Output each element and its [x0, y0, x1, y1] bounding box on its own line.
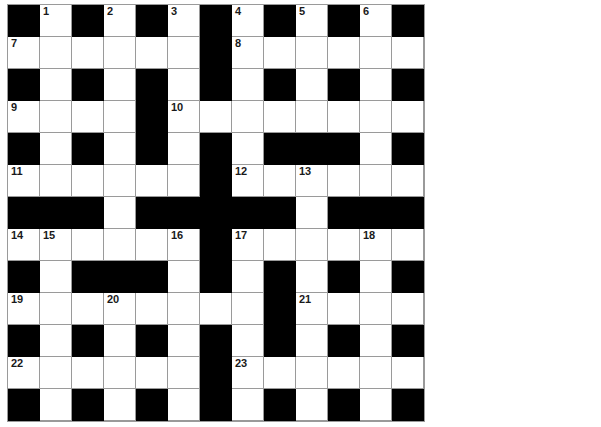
cell-r12c8[interactable]: 23 [232, 357, 264, 389]
cell-r10c9 [264, 293, 296, 325]
clue-number-8: 8 [235, 37, 241, 50]
cell-r1c6[interactable]: 3 [168, 5, 200, 37]
cell-r7c6 [168, 197, 200, 229]
cell-r5c3 [72, 133, 104, 165]
cell-r3c1 [8, 69, 40, 101]
cell-r9c7 [200, 261, 232, 293]
cell-r13c9 [264, 389, 296, 421]
clue-number-20: 20 [107, 293, 119, 306]
cell-r3c4[interactable] [104, 69, 136, 101]
cell-r8c2[interactable]: 15 [40, 229, 72, 261]
clue-number-9: 9 [11, 101, 17, 114]
cell-r6c2[interactable] [40, 165, 72, 197]
cell-r13c11 [328, 389, 360, 421]
cell-r1c7 [200, 5, 232, 37]
cell-r11c9 [264, 325, 296, 357]
cell-r1c12[interactable]: 6 [360, 5, 392, 37]
cell-r11c1 [8, 325, 40, 357]
cell-r12c12[interactable] [360, 357, 392, 389]
cell-r12c2[interactable] [40, 357, 72, 389]
cell-r8c13[interactable] [392, 229, 424, 261]
cell-r7c9 [264, 197, 296, 229]
cell-r3c11 [328, 69, 360, 101]
cell-r13c12[interactable] [360, 389, 392, 421]
cell-r7c12 [360, 197, 392, 229]
clue-number-14: 14 [11, 229, 23, 242]
clue-number-4: 4 [235, 5, 241, 18]
clue-number-17: 17 [235, 229, 247, 242]
cell-r2c10[interactable] [296, 37, 328, 69]
cell-r10c6[interactable] [168, 293, 200, 325]
cell-r13c3 [72, 389, 104, 421]
cell-r8c12[interactable]: 18 [360, 229, 392, 261]
clue-number-2: 2 [107, 5, 113, 18]
cell-r13c4[interactable] [104, 389, 136, 421]
cell-r5c13 [392, 133, 424, 165]
cell-r10c10[interactable]: 21 [296, 293, 328, 325]
cell-r8c9[interactable] [264, 229, 296, 261]
cell-r13c8[interactable] [232, 389, 264, 421]
clue-number-22: 22 [11, 357, 23, 370]
cell-r11c12[interactable] [360, 325, 392, 357]
cell-r4c11[interactable] [328, 101, 360, 133]
cell-r7c3 [72, 197, 104, 229]
cell-r3c8[interactable] [232, 69, 264, 101]
cell-r1c2[interactable]: 1 [40, 5, 72, 37]
cell-r13c2[interactable] [40, 389, 72, 421]
cell-r1c5 [136, 5, 168, 37]
cell-r8c10[interactable] [296, 229, 328, 261]
cell-r13c10[interactable] [296, 389, 328, 421]
cell-r6c12[interactable] [360, 165, 392, 197]
cell-r3c13 [392, 69, 424, 101]
cell-r9c13 [392, 261, 424, 293]
clue-number-10: 10 [171, 101, 183, 114]
cell-r2c9[interactable] [264, 37, 296, 69]
cell-r8c4[interactable] [104, 229, 136, 261]
cell-r4c12[interactable] [360, 101, 392, 133]
cell-r12c11[interactable] [328, 357, 360, 389]
cell-r9c10[interactable] [296, 261, 328, 293]
cell-r4c6[interactable]: 10 [168, 101, 200, 133]
cell-r7c10[interactable] [296, 197, 328, 229]
cell-r7c7 [200, 197, 232, 229]
cell-r1c4[interactable]: 2 [104, 5, 136, 37]
cell-r4c9[interactable] [264, 101, 296, 133]
cell-r11c10[interactable] [296, 325, 328, 357]
cell-r12c5[interactable] [136, 357, 168, 389]
clue-number-1: 1 [43, 5, 49, 18]
cell-r6c7 [200, 165, 232, 197]
cell-r9c2[interactable] [40, 261, 72, 293]
cell-r2c8[interactable]: 8 [232, 37, 264, 69]
cell-r10c13[interactable] [392, 293, 424, 325]
cell-r10c4[interactable]: 20 [104, 293, 136, 325]
cell-r1c1 [8, 5, 40, 37]
clue-number-6: 6 [363, 5, 369, 18]
clue-number-18: 18 [363, 229, 375, 242]
clue-number-15: 15 [43, 229, 55, 242]
cell-r5c9 [264, 133, 296, 165]
cell-r13c1 [8, 389, 40, 421]
cell-r3c2[interactable] [40, 69, 72, 101]
cell-r3c10[interactable] [296, 69, 328, 101]
cell-r2c13[interactable] [392, 37, 424, 69]
clue-number-16: 16 [171, 229, 183, 242]
cell-r4c13[interactable] [392, 101, 424, 133]
cell-r11c11 [328, 325, 360, 357]
cell-r1c13 [392, 5, 424, 37]
cell-r5c1 [8, 133, 40, 165]
cell-r4c8[interactable] [232, 101, 264, 133]
cell-r6c4[interactable] [104, 165, 136, 197]
cell-r12c13[interactable] [392, 357, 424, 389]
cell-r2c7 [200, 37, 232, 69]
clue-number-13: 13 [299, 165, 311, 178]
cell-r10c8[interactable] [232, 293, 264, 325]
cell-r3c5 [136, 69, 168, 101]
cell-r5c2[interactable] [40, 133, 72, 165]
cell-r13c7 [200, 389, 232, 421]
clue-number-21: 21 [299, 293, 311, 306]
cell-r9c12[interactable] [360, 261, 392, 293]
cell-r2c6[interactable] [168, 37, 200, 69]
cell-r7c1 [8, 197, 40, 229]
clue-number-23: 23 [235, 357, 247, 370]
cell-r13c6[interactable] [168, 389, 200, 421]
cell-r1c3 [72, 5, 104, 37]
cell-r13c13 [392, 389, 424, 421]
cell-r7c2 [40, 197, 72, 229]
cell-r4c10[interactable] [296, 101, 328, 133]
cell-r1c9 [264, 5, 296, 37]
cell-r8c7 [200, 229, 232, 261]
cell-r12c9[interactable] [264, 357, 296, 389]
cell-r11c13 [392, 325, 424, 357]
cell-r3c3 [72, 69, 104, 101]
cell-r10c11[interactable] [328, 293, 360, 325]
cell-r2c12[interactable] [360, 37, 392, 69]
cell-r10c12[interactable] [360, 293, 392, 325]
cell-r11c3 [72, 325, 104, 357]
cell-r4c2[interactable] [40, 101, 72, 133]
cell-r5c10 [296, 133, 328, 165]
cell-r5c12[interactable] [360, 133, 392, 165]
cell-r8c6[interactable]: 16 [168, 229, 200, 261]
cell-r5c5 [136, 133, 168, 165]
clue-number-19: 19 [11, 293, 23, 306]
cell-r3c12[interactable] [360, 69, 392, 101]
clue-number-12: 12 [235, 165, 247, 178]
cell-r5c4[interactable] [104, 133, 136, 165]
page: 1234567891011121314151617181920212223 [0, 0, 601, 427]
cell-r12c10[interactable] [296, 357, 328, 389]
cell-r3c9 [264, 69, 296, 101]
cell-r6c9[interactable] [264, 165, 296, 197]
cell-r3c6[interactable] [168, 69, 200, 101]
cell-r12c3[interactable] [72, 357, 104, 389]
cell-r6c8[interactable]: 12 [232, 165, 264, 197]
cell-r9c3 [72, 261, 104, 293]
cell-r6c6[interactable] [168, 165, 200, 197]
cell-r10c3[interactable] [72, 293, 104, 325]
cell-r2c3[interactable] [72, 37, 104, 69]
cell-r1c8[interactable]: 4 [232, 5, 264, 37]
cell-r5c7 [200, 133, 232, 165]
cell-r5c8[interactable] [232, 133, 264, 165]
crossword-grid: 1234567891011121314151617181920212223 [7, 4, 425, 422]
cell-r5c6[interactable] [168, 133, 200, 165]
cell-r10c2[interactable] [40, 293, 72, 325]
cell-r4c7[interactable] [200, 101, 232, 133]
cell-r9c4 [104, 261, 136, 293]
cell-r11c7 [200, 325, 232, 357]
cell-r1c10[interactable]: 5 [296, 5, 328, 37]
cell-r6c13[interactable] [392, 165, 424, 197]
cell-r8c1[interactable]: 14 [8, 229, 40, 261]
clue-number-5: 5 [299, 5, 305, 18]
cell-r13c5 [136, 389, 168, 421]
cell-r11c4[interactable] [104, 325, 136, 357]
cell-r2c4[interactable] [104, 37, 136, 69]
cell-r9c1 [8, 261, 40, 293]
cell-r10c1[interactable]: 19 [8, 293, 40, 325]
cell-r4c4[interactable] [104, 101, 136, 133]
cell-r12c6[interactable] [168, 357, 200, 389]
cell-r12c4[interactable] [104, 357, 136, 389]
cell-r8c5[interactable] [136, 229, 168, 261]
cell-r6c11[interactable] [328, 165, 360, 197]
cell-r4c5 [136, 101, 168, 133]
cell-r2c1[interactable]: 7 [8, 37, 40, 69]
cell-r10c5[interactable] [136, 293, 168, 325]
cell-r7c8 [232, 197, 264, 229]
cell-r11c5 [136, 325, 168, 357]
cell-r12c1[interactable]: 22 [8, 357, 40, 389]
cell-r2c2[interactable] [40, 37, 72, 69]
cell-r6c5[interactable] [136, 165, 168, 197]
cell-r11c6[interactable] [168, 325, 200, 357]
cell-r7c13 [392, 197, 424, 229]
cell-r7c4[interactable] [104, 197, 136, 229]
clue-number-11: 11 [11, 165, 23, 178]
cell-r11c8[interactable] [232, 325, 264, 357]
cell-r11c2[interactable] [40, 325, 72, 357]
cell-r2c11[interactable] [328, 37, 360, 69]
cell-r4c3[interactable] [72, 101, 104, 133]
cell-r8c8[interactable]: 17 [232, 229, 264, 261]
cell-r6c3[interactable] [72, 165, 104, 197]
cell-r5c11 [328, 133, 360, 165]
cell-r9c9 [264, 261, 296, 293]
cell-r7c5 [136, 197, 168, 229]
clue-number-3: 3 [171, 5, 177, 18]
cell-r2c5[interactable] [136, 37, 168, 69]
cell-r9c5 [136, 261, 168, 293]
cell-r9c8[interactable] [232, 261, 264, 293]
cell-r3c7 [200, 69, 232, 101]
cell-r8c11[interactable] [328, 229, 360, 261]
cell-r7c11 [328, 197, 360, 229]
cell-r6c1[interactable]: 11 [8, 165, 40, 197]
cell-r8c3[interactable] [72, 229, 104, 261]
cell-r9c6[interactable] [168, 261, 200, 293]
cell-r6c10[interactable]: 13 [296, 165, 328, 197]
cell-r9c11 [328, 261, 360, 293]
cell-r12c7 [200, 357, 232, 389]
cell-r10c7[interactable] [200, 293, 232, 325]
cell-r4c1[interactable]: 9 [8, 101, 40, 133]
cell-r1c11 [328, 5, 360, 37]
clue-number-7: 7 [11, 37, 17, 50]
